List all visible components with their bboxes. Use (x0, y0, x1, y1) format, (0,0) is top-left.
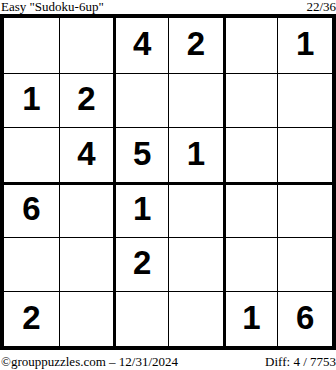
cell-r5c4[interactable] (168, 237, 223, 292)
cell-r5c2[interactable] (59, 237, 114, 292)
cell-r1c1[interactable] (4, 18, 59, 73)
cell-r3c3[interactable]: 5 (113, 127, 168, 182)
cell-r3c6[interactable] (277, 127, 332, 182)
cell-r4c5[interactable] (223, 182, 278, 237)
cell-r1c5[interactable] (223, 18, 278, 73)
cell-r2c5[interactable] (223, 73, 278, 128)
progress-counter: 22/36 (306, 0, 336, 14)
cell-r4c3[interactable]: 1 (113, 182, 168, 237)
footer: ©grouppuzzles.com – 12/31/2024 Diff: 4 /… (1, 351, 336, 370)
cell-r6c4[interactable] (168, 291, 223, 346)
cell-r6c2[interactable] (59, 291, 114, 346)
cell-r2c2[interactable]: 2 (59, 73, 114, 128)
cell-r1c2[interactable] (59, 18, 114, 73)
sudoku-page: Easy "Sudoku-6up" 22/36 42112451612216 ©… (0, 0, 336, 370)
cell-r1c6[interactable]: 1 (277, 18, 332, 73)
cell-r3c1[interactable] (4, 127, 59, 182)
cell-r1c3[interactable]: 4 (113, 18, 168, 73)
cell-r1c4[interactable]: 2 (168, 18, 223, 73)
cell-r6c1[interactable]: 2 (4, 291, 59, 346)
cell-r2c4[interactable] (168, 73, 223, 128)
cell-r4c6[interactable] (277, 182, 332, 237)
header: Easy "Sudoku-6up" 22/36 (1, 0, 336, 14)
copyright-text: ©grouppuzzles.com – 12/31/2024 (1, 353, 178, 370)
sudoku-board: 42112451612216 (0, 14, 336, 350)
cell-r3c5[interactable] (223, 127, 278, 182)
cell-r3c2[interactable]: 4 (59, 127, 114, 182)
cell-r6c6[interactable]: 6 (277, 291, 332, 346)
cell-r5c6[interactable] (277, 237, 332, 292)
cell-r4c4[interactable] (168, 182, 223, 237)
cell-r5c5[interactable] (223, 237, 278, 292)
puzzle-title: Easy "Sudoku-6up" (1, 0, 104, 14)
cell-r6c3[interactable] (113, 291, 168, 346)
cell-r5c1[interactable] (4, 237, 59, 292)
difficulty-text: Diff: 4 / 7753 (265, 353, 336, 370)
cell-r3c4[interactable]: 1 (168, 127, 223, 182)
cell-r4c2[interactable] (59, 182, 114, 237)
cell-r6c5[interactable]: 1 (223, 291, 278, 346)
cell-r2c6[interactable] (277, 73, 332, 128)
cell-r4c1[interactable]: 6 (4, 182, 59, 237)
cell-r2c3[interactable] (113, 73, 168, 128)
cell-r5c3[interactable]: 2 (113, 237, 168, 292)
cell-r2c1[interactable]: 1 (4, 73, 59, 128)
